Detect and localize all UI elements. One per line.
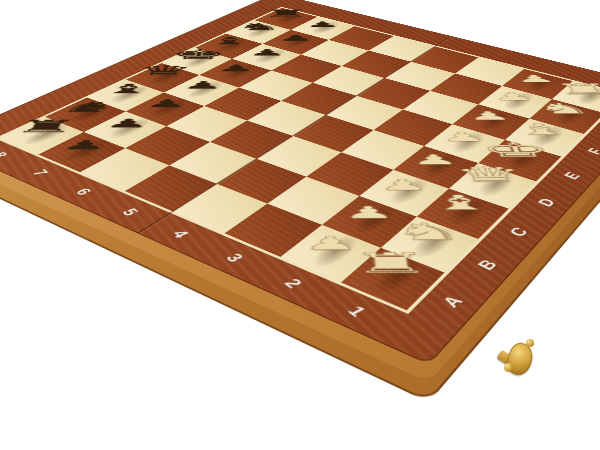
- pawn-glyph: ♟: [289, 20, 358, 28]
- bishop-glyph: ♝: [86, 82, 170, 95]
- king-glyph: ♚: [160, 48, 236, 61]
- knight-glyph: ♞: [44, 100, 133, 114]
- piece-black-bishop-c8: ♝: [86, 82, 170, 95]
- pawn-glyph: ♟: [260, 34, 331, 42]
- rank-label-8: 8: [0, 147, 16, 164]
- piece-black-pawn-h7: ♟: [289, 20, 358, 28]
- piece-black-knight-b8: ♞: [44, 100, 133, 114]
- chess-board: 12345678ABCDEFGH ♜♞♝♛♚♝♞♜♟♟♟♟♟♟♟♟♟♟♟♟♟♟♟…: [0, 0, 600, 365]
- pawn-glyph: ♟: [162, 80, 243, 90]
- piece-black-pawn-e7: ♟: [197, 63, 274, 72]
- file-label-E: E: [555, 167, 590, 185]
- piece-black-knight-g8: ♞: [224, 22, 293, 32]
- rank-label-4: 4: [161, 223, 200, 246]
- piece-black-pawn-d7: ♟: [162, 80, 243, 90]
- knight-glyph: ♞: [224, 22, 293, 32]
- brass-latch-icon: [496, 339, 548, 383]
- piece-black-pawn-f7: ♟: [230, 48, 304, 57]
- rank-label-3: 3: [214, 246, 255, 271]
- bishop-glyph: ♝: [193, 36, 266, 46]
- rank-label-2: 2: [271, 271, 314, 298]
- piece-black-king-e8: ♚: [160, 48, 236, 61]
- piece-black-bishop-f8: ♝: [193, 36, 266, 46]
- knight-glyph: ♞: [518, 101, 600, 116]
- piece-black-queen-d8: ♛: [124, 64, 204, 77]
- file-label-C: C: [499, 221, 538, 243]
- piece-black-pawn-g7: ♟: [260, 34, 331, 42]
- file-label-D: D: [528, 193, 565, 213]
- rank-label-1: 1: [334, 297, 380, 326]
- rank-label-7: 7: [23, 164, 57, 182]
- rank-label-6: 6: [66, 182, 101, 202]
- file-label-A: A: [431, 288, 475, 316]
- rank-label-5: 5: [111, 202, 148, 223]
- pawn-glyph: ♟: [124, 98, 209, 109]
- piece-black-pawn-c7: ♟: [124, 98, 209, 109]
- pawn-glyph: ♟: [197, 63, 274, 72]
- piece-black-rook-h8: ♜: [253, 8, 320, 18]
- pawn-glyph: ♟: [230, 48, 304, 57]
- queen-glyph: ♛: [124, 64, 204, 77]
- latch-knob: [526, 339, 534, 347]
- rook-glyph: ♜: [253, 8, 320, 18]
- piece-white-knight-g1: ♞: [518, 101, 600, 116]
- latch-knob: [504, 363, 513, 372]
- file-label-F: F: [579, 143, 600, 160]
- file-label-B: B: [467, 253, 509, 278]
- chess-set-photo: 12345678ABCDEFGH ♜♞♝♛♚♝♞♜♟♟♟♟♟♟♟♟♟♟♟♟♟♟♟…: [0, 0, 600, 450]
